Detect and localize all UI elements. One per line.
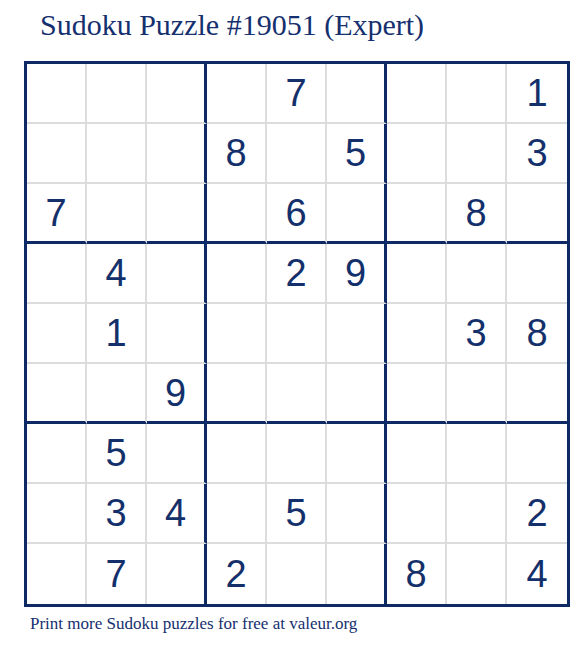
- cell-r7c9[interactable]: [507, 424, 567, 484]
- cell-r5c2[interactable]: 1: [87, 304, 147, 364]
- cell-r2c4[interactable]: 8: [207, 124, 267, 184]
- cell-r5c3[interactable]: [147, 304, 207, 364]
- cell-r1c6[interactable]: [327, 64, 387, 124]
- sudoku-grid: 718537684291389534527284: [24, 61, 570, 607]
- cell-r9c4[interactable]: 2: [207, 544, 267, 604]
- cell-r9c8[interactable]: [447, 544, 507, 604]
- cell-r9c9[interactable]: 4: [507, 544, 567, 604]
- cell-r1c1[interactable]: [27, 64, 87, 124]
- cell-r1c4[interactable]: [207, 64, 267, 124]
- cell-r4c8[interactable]: [447, 244, 507, 304]
- cell-r2c8[interactable]: [447, 124, 507, 184]
- cell-r6c2[interactable]: [87, 364, 147, 424]
- cell-r6c3[interactable]: 9: [147, 364, 207, 424]
- cell-r8c5[interactable]: 5: [267, 484, 327, 544]
- cell-r2c2[interactable]: [87, 124, 147, 184]
- cell-r4c7[interactable]: [387, 244, 447, 304]
- cell-r3c3[interactable]: [147, 184, 207, 244]
- cell-r1c3[interactable]: [147, 64, 207, 124]
- cell-r4c4[interactable]: [207, 244, 267, 304]
- cell-r3c7[interactable]: [387, 184, 447, 244]
- cell-r1c5[interactable]: 7: [267, 64, 327, 124]
- cell-r4c1[interactable]: [27, 244, 87, 304]
- cell-r3c4[interactable]: [207, 184, 267, 244]
- cell-r5c5[interactable]: [267, 304, 327, 364]
- cell-r7c7[interactable]: [387, 424, 447, 484]
- cell-r4c5[interactable]: 2: [267, 244, 327, 304]
- cell-r8c4[interactable]: [207, 484, 267, 544]
- cell-r6c6[interactable]: [327, 364, 387, 424]
- cell-r8c6[interactable]: [327, 484, 387, 544]
- cell-r9c5[interactable]: [267, 544, 327, 604]
- cell-r6c4[interactable]: [207, 364, 267, 424]
- cell-r1c2[interactable]: [87, 64, 147, 124]
- cell-r3c8[interactable]: 8: [447, 184, 507, 244]
- cell-r5c7[interactable]: [387, 304, 447, 364]
- cell-r2c1[interactable]: [27, 124, 87, 184]
- cell-r5c1[interactable]: [27, 304, 87, 364]
- cell-r2c7[interactable]: [387, 124, 447, 184]
- cell-r9c1[interactable]: [27, 544, 87, 604]
- cell-r6c5[interactable]: [267, 364, 327, 424]
- cell-r7c5[interactable]: [267, 424, 327, 484]
- cell-r4c6[interactable]: 9: [327, 244, 387, 304]
- cell-r9c2[interactable]: 7: [87, 544, 147, 604]
- cell-r7c3[interactable]: [147, 424, 207, 484]
- cell-r8c2[interactable]: 3: [87, 484, 147, 544]
- cell-r1c8[interactable]: [447, 64, 507, 124]
- cell-r2c6[interactable]: 5: [327, 124, 387, 184]
- cell-r7c6[interactable]: [327, 424, 387, 484]
- page-title: Sudoku Puzzle #19051 (Expert): [40, 8, 424, 42]
- cell-r3c9[interactable]: [507, 184, 567, 244]
- cell-r6c1[interactable]: [27, 364, 87, 424]
- cell-r6c8[interactable]: [447, 364, 507, 424]
- cell-r8c1[interactable]: [27, 484, 87, 544]
- cell-r3c6[interactable]: [327, 184, 387, 244]
- footer-text: Print more Sudoku puzzles for free at va…: [30, 614, 357, 634]
- cell-r4c9[interactable]: [507, 244, 567, 304]
- cell-r1c7[interactable]: [387, 64, 447, 124]
- cell-r7c8[interactable]: [447, 424, 507, 484]
- cell-r5c4[interactable]: [207, 304, 267, 364]
- cell-r4c3[interactable]: [147, 244, 207, 304]
- cell-r7c2[interactable]: 5: [87, 424, 147, 484]
- cell-r2c5[interactable]: [267, 124, 327, 184]
- cell-r9c3[interactable]: [147, 544, 207, 604]
- cell-r3c5[interactable]: 6: [267, 184, 327, 244]
- cell-r5c6[interactable]: [327, 304, 387, 364]
- cell-r7c4[interactable]: [207, 424, 267, 484]
- cell-r4c2[interactable]: 4: [87, 244, 147, 304]
- cell-r8c3[interactable]: 4: [147, 484, 207, 544]
- cell-r3c1[interactable]: 7: [27, 184, 87, 244]
- cell-r2c3[interactable]: [147, 124, 207, 184]
- cell-r6c9[interactable]: [507, 364, 567, 424]
- cell-r3c2[interactable]: [87, 184, 147, 244]
- cell-r5c9[interactable]: 8: [507, 304, 567, 364]
- cell-r2c9[interactable]: 3: [507, 124, 567, 184]
- cell-r8c9[interactable]: 2: [507, 484, 567, 544]
- cell-r7c1[interactable]: [27, 424, 87, 484]
- cell-r1c9[interactable]: 1: [507, 64, 567, 124]
- cell-r6c7[interactable]: [387, 364, 447, 424]
- cell-r8c8[interactable]: [447, 484, 507, 544]
- cell-r8c7[interactable]: [387, 484, 447, 544]
- cell-r5c8[interactable]: 3: [447, 304, 507, 364]
- cell-r9c6[interactable]: [327, 544, 387, 604]
- cell-r9c7[interactable]: 8: [387, 544, 447, 604]
